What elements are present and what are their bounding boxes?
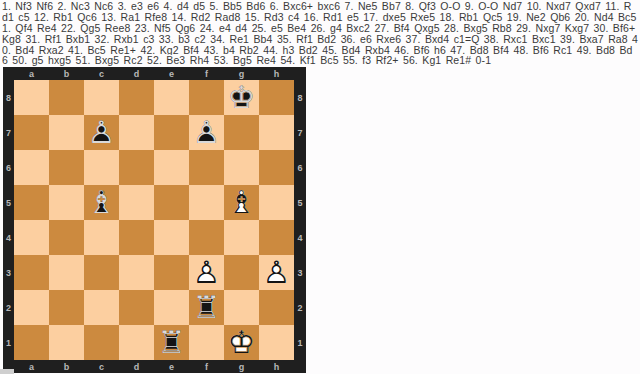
square-e5[interactable] <box>154 185 189 220</box>
chess-board: abcdefgh8♚♔87♟♙♟♙7665♝♗♝♗5443♟♙♟♙32♜♖21♜… <box>3 67 306 373</box>
white-pawn-fill: ♟ <box>259 255 294 290</box>
square-a1[interactable] <box>14 325 49 360</box>
square-f2[interactable]: ♜♖ <box>189 290 224 325</box>
board-corner-top-left <box>3 67 14 80</box>
file-label-g-top: g <box>224 67 259 80</box>
rank-label-5-right: 5 <box>294 185 306 220</box>
file-label-f-bottom: f <box>189 360 224 373</box>
black-pawn-detail: ♙ <box>189 115 224 150</box>
black-rook-detail: ♖ <box>189 290 224 325</box>
square-h7[interactable] <box>259 115 294 150</box>
rank-label-4-left: 4 <box>3 220 14 255</box>
square-g1[interactable]: ♚♔ <box>224 325 259 360</box>
square-b1[interactable] <box>49 325 84 360</box>
black-king-icon: ♚ <box>224 80 259 115</box>
rank-label-3-left: 3 <box>3 255 14 290</box>
file-label-b-bottom: b <box>49 360 84 373</box>
square-c8[interactable] <box>84 80 119 115</box>
square-b3[interactable] <box>49 255 84 290</box>
rank-label-4-right: 4 <box>294 220 306 255</box>
square-h3[interactable]: ♟♙ <box>259 255 294 290</box>
move-line-4: Kg8 31. Rf1 Bxb1 32. Rxb1 c3 33. b3 c2 3… <box>2 34 639 45</box>
white-pawn-icon: ♙ <box>259 255 294 290</box>
square-e4[interactable] <box>154 220 189 255</box>
square-d4[interactable] <box>119 220 154 255</box>
white-king-fill: ♚ <box>224 325 259 360</box>
square-a2[interactable] <box>14 290 49 325</box>
square-b7[interactable] <box>49 115 84 150</box>
square-d2[interactable] <box>119 290 154 325</box>
square-f6[interactable] <box>189 150 224 185</box>
square-h2[interactable] <box>259 290 294 325</box>
rank-label-2-right: 2 <box>294 290 306 325</box>
square-g7[interactable] <box>224 115 259 150</box>
black-pawn-icon: ♟ <box>84 115 119 150</box>
black-bishop-detail: ♗ <box>84 185 119 220</box>
rank-label-7-right: 7 <box>294 115 306 150</box>
square-h6[interactable] <box>259 150 294 185</box>
black-pawn-detail: ♙ <box>84 115 119 150</box>
square-d7[interactable] <box>119 115 154 150</box>
page: { "game": "chess", "result": "0-1", "pos… <box>0 0 640 374</box>
rank-label-3-right: 3 <box>294 255 306 290</box>
square-a4[interactable] <box>14 220 49 255</box>
square-f3[interactable]: ♟♙ <box>189 255 224 290</box>
square-g4[interactable] <box>224 220 259 255</box>
square-b6[interactable] <box>49 150 84 185</box>
file-label-d-bottom: d <box>119 360 154 373</box>
white-pawn-fill: ♟ <box>189 255 224 290</box>
move-line-3: 1. Qf4 Re4 22. Qg5 Ree8 23. Nf5 Qg6 24. … <box>2 23 639 34</box>
square-e8[interactable] <box>154 80 189 115</box>
rank-label-5-left: 5 <box>3 185 14 220</box>
move-line-2: d1 c5 12. Rb1 Qc6 13. Ra1 Rfe8 14. Rd2 R… <box>2 12 639 23</box>
black-bishop-icon: ♝ <box>84 185 119 220</box>
file-label-e-top: e <box>154 67 189 80</box>
file-label-c-bottom: c <box>84 360 119 373</box>
rank-label-6-right: 6 <box>294 150 306 185</box>
square-d1[interactable] <box>119 325 154 360</box>
video-progress-fragment[interactable] <box>0 369 14 374</box>
rank-label-7-left: 7 <box>3 115 14 150</box>
square-d6[interactable] <box>119 150 154 185</box>
move-line-5: 0. Bd4 Rxa2 41. Bc5 Re1+ 42. Kg2 Bf4 43.… <box>2 45 639 56</box>
file-label-f-top: f <box>189 67 224 80</box>
rank-label-8-left: 8 <box>3 80 14 115</box>
file-label-h-top: h <box>259 67 294 80</box>
square-g5[interactable]: ♝♗ <box>224 185 259 220</box>
rank-label-1-right: 1 <box>294 325 306 360</box>
rank-label-1-left: 1 <box>3 325 14 360</box>
rank-label-6-left: 6 <box>3 150 14 185</box>
black-rook-detail: ♖ <box>154 325 189 360</box>
square-f5[interactable] <box>189 185 224 220</box>
square-a6[interactable] <box>14 150 49 185</box>
square-b8[interactable] <box>49 80 84 115</box>
square-d8[interactable] <box>119 80 154 115</box>
square-c7[interactable]: ♟♙ <box>84 115 119 150</box>
file-label-e-bottom: e <box>154 360 189 373</box>
file-label-g-bottom: g <box>224 360 259 373</box>
square-g2[interactable] <box>224 290 259 325</box>
file-label-d-top: d <box>119 67 154 80</box>
square-b5[interactable] <box>49 185 84 220</box>
square-e2[interactable] <box>154 290 189 325</box>
file-label-b-top: b <box>49 67 84 80</box>
board-corner-bottom-right <box>294 360 306 373</box>
square-c1[interactable] <box>84 325 119 360</box>
square-e6[interactable] <box>154 150 189 185</box>
move-line-6: 6 50. g5 hxg5 51. Bxg5 Rc2 52. Be3 Rh4 5… <box>2 55 639 66</box>
square-b4[interactable] <box>49 220 84 255</box>
square-c3[interactable] <box>84 255 119 290</box>
move-line-1: 1. Nf3 Nf6 2. Nc3 Nc6 3. e3 e6 4. d4 d5 … <box>2 1 639 12</box>
square-c4[interactable] <box>84 220 119 255</box>
file-label-a-top: a <box>14 67 49 80</box>
square-h5[interactable] <box>259 185 294 220</box>
move-list: 1. Nf3 Nf6 2. Nc3 Nc6 3. e3 e6 4. d4 d5 … <box>2 1 639 66</box>
file-label-h-bottom: h <box>259 360 294 373</box>
square-e1[interactable]: ♜♖ <box>154 325 189 360</box>
square-h1[interactable] <box>259 325 294 360</box>
black-pawn-icon: ♟ <box>189 115 224 150</box>
file-label-c-top: c <box>84 67 119 80</box>
black-rook-icon: ♜ <box>189 290 224 325</box>
square-c2[interactable] <box>84 290 119 325</box>
square-b2[interactable] <box>49 290 84 325</box>
square-c5[interactable]: ♝♗ <box>84 185 119 220</box>
square-f7[interactable]: ♟♙ <box>189 115 224 150</box>
square-e3[interactable] <box>154 255 189 290</box>
square-a8[interactable] <box>14 80 49 115</box>
square-f1[interactable] <box>189 325 224 360</box>
white-bishop-icon: ♗ <box>224 185 259 220</box>
square-d3[interactable] <box>119 255 154 290</box>
square-f8[interactable] <box>189 80 224 115</box>
square-a3[interactable] <box>14 255 49 290</box>
square-c6[interactable] <box>84 150 119 185</box>
square-h8[interactable] <box>259 80 294 115</box>
square-a7[interactable] <box>14 115 49 150</box>
square-f4[interactable] <box>189 220 224 255</box>
black-king-detail: ♔ <box>224 80 259 115</box>
file-label-a-bottom: a <box>14 360 49 373</box>
board-corner-top-right <box>294 67 306 80</box>
black-rook-icon: ♜ <box>154 325 189 360</box>
square-g8[interactable]: ♚♔ <box>224 80 259 115</box>
square-e7[interactable] <box>154 115 189 150</box>
square-g3[interactable] <box>224 255 259 290</box>
white-bishop-fill: ♝ <box>224 185 259 220</box>
square-g6[interactable] <box>224 150 259 185</box>
square-h4[interactable] <box>259 220 294 255</box>
rank-label-2-left: 2 <box>3 290 14 325</box>
white-king-icon: ♔ <box>224 325 259 360</box>
rank-label-8-right: 8 <box>294 80 306 115</box>
square-d5[interactable] <box>119 185 154 220</box>
square-a5[interactable] <box>14 185 49 220</box>
white-pawn-icon: ♙ <box>189 255 224 290</box>
